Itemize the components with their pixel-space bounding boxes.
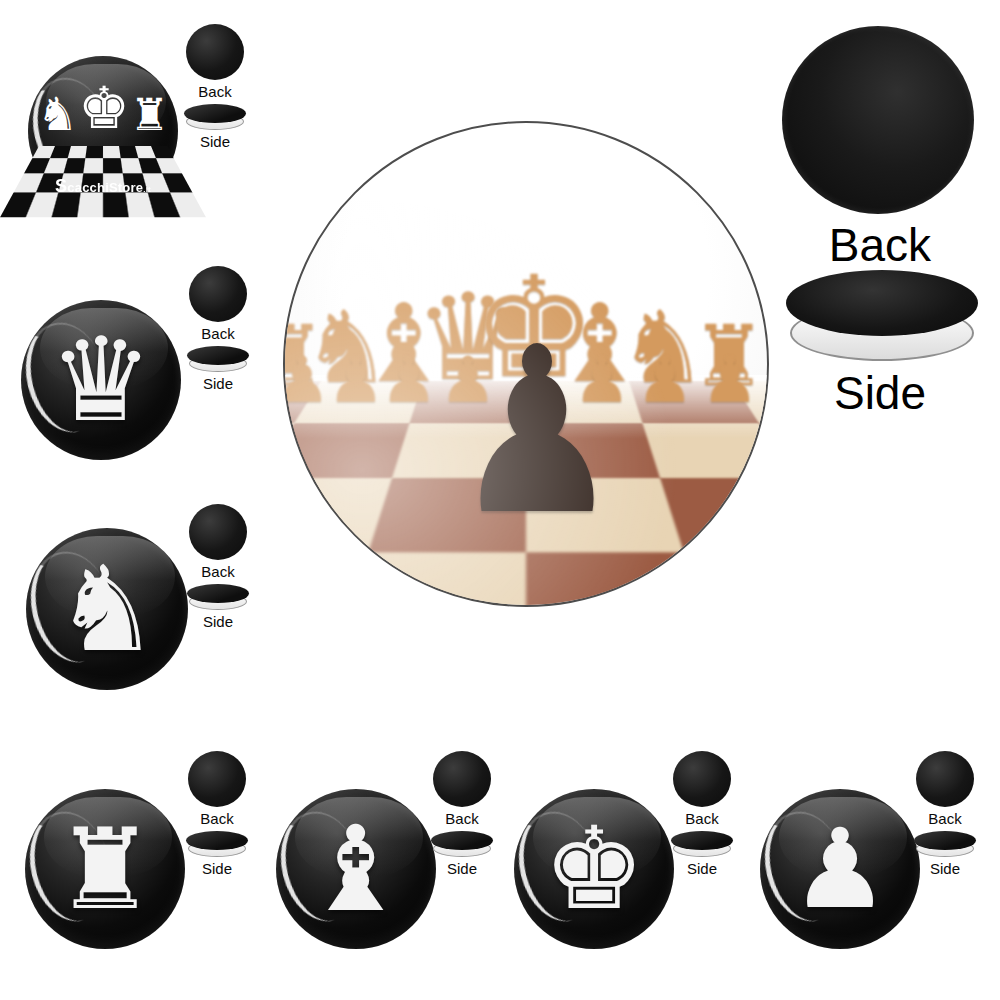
magnet-back-disc-large bbox=[782, 26, 974, 214]
brand-text: ScacchiStore.it bbox=[28, 176, 178, 197]
magnet-side-disc bbox=[184, 104, 246, 130]
back-label-large: Back bbox=[772, 222, 988, 268]
pawn-badge: ♟ bbox=[760, 789, 920, 949]
magnet-side-disc bbox=[187, 584, 249, 610]
back-label: Back bbox=[186, 325, 250, 342]
magnet-cap bbox=[187, 346, 249, 365]
magnet-cap bbox=[184, 104, 246, 123]
magnet-side-disc-large bbox=[786, 270, 978, 365]
back-label: Back bbox=[185, 810, 249, 827]
magnet-cap bbox=[431, 831, 493, 850]
board-square bbox=[758, 423, 769, 478]
magnet-side-disc bbox=[914, 831, 976, 857]
side-label: Side bbox=[186, 375, 250, 392]
magnet-views-queen: Back Side bbox=[186, 266, 250, 392]
side-label: Side bbox=[670, 860, 734, 877]
white-pawn-b2: ♟ bbox=[327, 348, 384, 412]
magnet-views-rook: Back Side bbox=[185, 751, 249, 877]
king-icon: ♚ bbox=[78, 82, 130, 135]
magnet-back-disc bbox=[186, 24, 244, 80]
board-square bbox=[68, 146, 87, 158]
knight-badge: ♞ bbox=[26, 528, 188, 690]
queen-badge: ♛ bbox=[21, 300, 181, 460]
side-label: Side bbox=[186, 613, 250, 630]
rook-icon: ♜ bbox=[130, 95, 169, 135]
magnet-cap bbox=[671, 831, 733, 850]
pawn-icon: ♟ bbox=[760, 789, 920, 949]
board-square bbox=[83, 158, 103, 173]
magnet-back-disc bbox=[189, 266, 247, 322]
side-label: Side bbox=[185, 860, 249, 877]
magnet-side-disc bbox=[431, 831, 493, 857]
knight-icon: ♞ bbox=[37, 93, 78, 135]
white-pawn-h2: ♟ bbox=[701, 348, 758, 412]
board-square bbox=[85, 146, 103, 158]
bishop-icon: ♝ bbox=[276, 789, 436, 949]
magnet-views-king: Back Side bbox=[670, 751, 734, 877]
magnet-side-disc bbox=[671, 831, 733, 857]
back-label: Back bbox=[670, 810, 734, 827]
product-collage: ♞ ♚ ♜ ScacchiStore.it Back Side ♛ Back S… bbox=[0, 0, 1000, 1000]
knight-icon: ♞ bbox=[26, 528, 188, 690]
white-pawn-a2: ♟ bbox=[283, 348, 331, 412]
bishop-badge: ♝ bbox=[276, 789, 436, 949]
back-label: Back bbox=[183, 83, 247, 100]
board-square bbox=[103, 158, 123, 173]
board-square bbox=[64, 158, 86, 173]
magnet-cap bbox=[914, 831, 976, 850]
white-pawn-c2: ♟ bbox=[380, 348, 437, 412]
king-badge: ♚ bbox=[514, 789, 674, 949]
magnet-back-disc bbox=[433, 751, 491, 807]
magnet-cap bbox=[187, 584, 249, 603]
back-label: Back bbox=[913, 810, 977, 827]
queen-icon: ♛ bbox=[21, 300, 181, 460]
board-square bbox=[683, 552, 769, 607]
magnet-back-disc bbox=[189, 504, 247, 560]
board-square bbox=[103, 146, 121, 158]
board-square bbox=[151, 146, 174, 158]
glass-dome-cabochon: ♜ ♞ ♝ ♛ ♚ ♝ ♞ ♜ ♟ ♟ ♟ ♟ ♟ ♟ ♟ ♟ ♟ bbox=[283, 121, 769, 607]
rook-icon: ♜ bbox=[25, 789, 185, 949]
logo-badge: ♞ ♚ ♜ ScacchiStore.it bbox=[28, 56, 178, 206]
magnet-views-pawn: Back Side bbox=[913, 751, 977, 877]
magnet-back-disc bbox=[673, 751, 731, 807]
king-icon: ♚ bbox=[514, 789, 674, 949]
side-label: Side bbox=[183, 133, 247, 150]
magnet-views-bishop: Back Side bbox=[430, 751, 494, 877]
magnet-side-disc bbox=[186, 831, 248, 857]
black-pawn-e5: ♟ bbox=[452, 317, 621, 547]
magnet-views-logo: Back Side bbox=[183, 24, 247, 150]
magnet-back-disc bbox=[188, 751, 246, 807]
brand-main: ScacchiStore bbox=[55, 176, 143, 197]
magnet-cap bbox=[186, 831, 248, 850]
back-label: Back bbox=[430, 810, 494, 827]
magnet-side-disc bbox=[187, 346, 249, 372]
brand-suffix: .it bbox=[143, 185, 151, 194]
back-label: Back bbox=[186, 563, 250, 580]
side-label-large: Side bbox=[772, 370, 988, 416]
board-square bbox=[283, 423, 294, 478]
board-square bbox=[283, 552, 369, 607]
magnet-cap bbox=[786, 270, 978, 336]
side-label: Side bbox=[913, 860, 977, 877]
magnet-views-knight: Back Side bbox=[186, 504, 250, 630]
white-pawn-g2: ♟ bbox=[636, 348, 693, 412]
side-label: Side bbox=[430, 860, 494, 877]
logo-pieces: ♞ ♚ ♜ bbox=[28, 82, 178, 135]
rook-badge: ♜ bbox=[25, 789, 185, 949]
magnet-back-disc bbox=[916, 751, 974, 807]
